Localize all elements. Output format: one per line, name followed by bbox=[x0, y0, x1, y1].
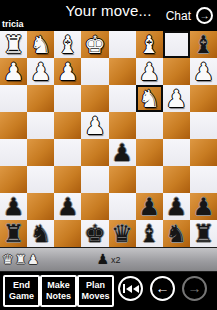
square-g5[interactable] bbox=[27, 139, 54, 166]
square-b3[interactable]: ♟ bbox=[163, 85, 190, 112]
square-d3[interactable] bbox=[109, 85, 136, 112]
square-h5[interactable] bbox=[0, 139, 27, 166]
square-d5[interactable]: ♟ bbox=[109, 139, 136, 166]
piece-black-rook: ♜ bbox=[3, 221, 25, 247]
square-c3[interactable]: ♞ bbox=[136, 85, 163, 112]
piece-black-pawn: ♟ bbox=[166, 194, 188, 220]
square-e4[interactable]: ♟ bbox=[81, 112, 108, 139]
square-f1[interactable]: ♝ bbox=[54, 31, 81, 58]
square-c2[interactable]: ♟ bbox=[136, 58, 163, 85]
skip-to-start-button[interactable] bbox=[118, 276, 143, 301]
piece-black-pawn: ♟ bbox=[138, 194, 160, 220]
square-g2[interactable]: ♟ bbox=[27, 58, 54, 85]
square-a4[interactable] bbox=[190, 112, 217, 139]
square-a3[interactable] bbox=[190, 85, 217, 112]
square-c7[interactable]: ♟ bbox=[136, 193, 163, 220]
piece-white-pawn: ♟ bbox=[57, 59, 79, 85]
previous-move-button[interactable]: ← bbox=[150, 276, 175, 301]
piece-white-king: ♚ bbox=[84, 32, 106, 58]
square-g6[interactable] bbox=[27, 166, 54, 193]
square-e2[interactable] bbox=[81, 58, 108, 85]
square-a5[interactable] bbox=[190, 139, 217, 166]
captured-by-white-group: ♟ x2 bbox=[0, 251, 217, 267]
square-h1[interactable]: ♜ bbox=[0, 31, 27, 58]
square-f7[interactable]: ♟ bbox=[54, 193, 81, 220]
next-move-button[interactable]: → bbox=[182, 276, 207, 301]
square-d4[interactable] bbox=[109, 112, 136, 139]
square-f6[interactable] bbox=[54, 166, 81, 193]
piece-black-pawn: ♟ bbox=[57, 194, 79, 220]
square-a6[interactable] bbox=[190, 166, 217, 193]
plan-moves-button[interactable]: Plan Moves bbox=[77, 275, 114, 307]
square-g3[interactable] bbox=[27, 85, 54, 112]
piece-black-knight: ♞ bbox=[30, 221, 52, 247]
top-bar: Your move... tricia Chat → bbox=[0, 0, 217, 31]
square-b1[interactable] bbox=[163, 31, 190, 58]
chat-arrow-icon: → bbox=[196, 7, 213, 24]
square-e6[interactable] bbox=[81, 166, 108, 193]
square-h3[interactable] bbox=[0, 85, 27, 112]
square-f4[interactable] bbox=[54, 112, 81, 139]
piece-white-pawn: ♟ bbox=[193, 59, 215, 85]
square-e1[interactable]: ♚ bbox=[81, 31, 108, 58]
square-f3[interactable] bbox=[54, 85, 81, 112]
square-d2[interactable] bbox=[109, 58, 136, 85]
square-d8[interactable]: ♛ bbox=[109, 220, 136, 247]
piece-white-rook: ♜ bbox=[3, 32, 25, 58]
piece-black-queen: ♛ bbox=[111, 221, 133, 247]
square-g8[interactable]: ♞ bbox=[27, 220, 54, 247]
square-e3[interactable] bbox=[81, 85, 108, 112]
square-e8[interactable]: ♚ bbox=[81, 220, 108, 247]
opponent-name: tricia bbox=[2, 19, 24, 29]
square-f8[interactable] bbox=[54, 220, 81, 247]
right-arrow-icon: → bbox=[188, 281, 202, 295]
piece-white-pawn: ♟ bbox=[30, 59, 52, 85]
square-c1[interactable]: ♝ bbox=[136, 31, 163, 58]
square-b8[interactable]: ♞ bbox=[163, 220, 190, 247]
square-f2[interactable]: ♟ bbox=[54, 58, 81, 85]
piece-black-king: ♚ bbox=[84, 221, 106, 247]
square-a2[interactable]: ♟ bbox=[190, 58, 217, 85]
skip-to-start-icon bbox=[123, 284, 139, 293]
square-b7[interactable]: ♟ bbox=[163, 193, 190, 220]
piece-black-pawn: ♟ bbox=[111, 140, 133, 166]
piece-white-pawn: ♟ bbox=[166, 86, 188, 112]
piece-white-pawn: ♟ bbox=[3, 59, 25, 85]
square-h6[interactable] bbox=[0, 166, 27, 193]
square-a1[interactable]: ♝ bbox=[190, 31, 217, 58]
piece-white-bishop: ♝ bbox=[57, 32, 79, 58]
square-c5[interactable] bbox=[136, 139, 163, 166]
square-g1[interactable]: ♞ bbox=[27, 31, 54, 58]
piece-white-knight: ♞ bbox=[30, 32, 52, 58]
square-h4[interactable] bbox=[0, 112, 27, 139]
piece-black-pawn: ♟ bbox=[193, 194, 215, 220]
piece-black-rook: ♜ bbox=[193, 221, 215, 247]
square-g4[interactable] bbox=[27, 112, 54, 139]
piece-white-knight: ♞ bbox=[138, 86, 160, 112]
square-d1[interactable] bbox=[109, 31, 136, 58]
captured-pieces-tray: ♛♜♟ ♟ x2 bbox=[0, 247, 217, 272]
bottom-bar: End Game Make Notes Plan Moves ← → bbox=[0, 272, 217, 310]
piece-black-bishop: ♝ bbox=[138, 221, 160, 247]
chess-board[interactable]: ♜♞♝♚♝♝♟♟♟♟♟♞♟♟♟♟♟♟♟♟♜♞♚♛♝♞♜ bbox=[0, 31, 217, 247]
piece-black-pawn: ♟ bbox=[3, 194, 25, 220]
square-d6[interactable] bbox=[109, 166, 136, 193]
square-h2[interactable]: ♟ bbox=[0, 58, 27, 85]
square-c8[interactable]: ♝ bbox=[136, 220, 163, 247]
square-b4[interactable] bbox=[163, 112, 190, 139]
captured-count-label: x2 bbox=[111, 255, 121, 267]
chat-button[interactable]: Chat → bbox=[166, 7, 213, 24]
chat-button-label: Chat bbox=[166, 9, 191, 23]
square-e5[interactable] bbox=[81, 139, 108, 166]
piece-black-bishop: ♝ bbox=[193, 32, 215, 58]
square-h8[interactable]: ♜ bbox=[0, 220, 27, 247]
square-b5[interactable] bbox=[163, 139, 190, 166]
square-h7[interactable]: ♟ bbox=[0, 193, 27, 220]
square-a8[interactable]: ♜ bbox=[190, 220, 217, 247]
square-d7[interactable] bbox=[109, 193, 136, 220]
square-f5[interactable] bbox=[54, 139, 81, 166]
square-c6[interactable] bbox=[136, 166, 163, 193]
piece-white-bishop: ♝ bbox=[138, 32, 160, 58]
square-g7[interactable] bbox=[27, 193, 54, 220]
square-b2[interactable] bbox=[163, 58, 190, 85]
piece-white-pawn: ♟ bbox=[138, 59, 160, 85]
square-a7[interactable]: ♟ bbox=[190, 193, 217, 220]
piece-white-pawn: ♟ bbox=[84, 113, 106, 139]
left-arrow-icon: ← bbox=[156, 281, 170, 295]
square-c4[interactable] bbox=[136, 112, 163, 139]
make-notes-button[interactable]: Make Notes bbox=[40, 275, 77, 307]
square-b6[interactable] bbox=[163, 166, 190, 193]
captured-black-pawn-icon: ♟ bbox=[96, 251, 109, 267]
piece-black-knight: ♞ bbox=[166, 221, 188, 247]
square-e7[interactable] bbox=[81, 193, 108, 220]
end-game-button[interactable]: End Game bbox=[3, 275, 40, 307]
